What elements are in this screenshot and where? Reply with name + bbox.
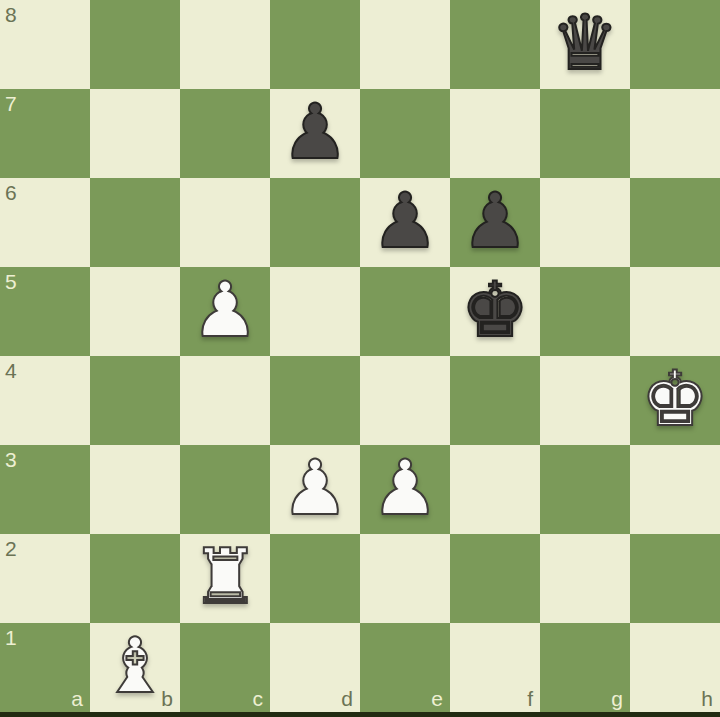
square-h4[interactable]: ♚ (630, 356, 720, 445)
square-h7[interactable] (630, 89, 720, 178)
file-label-g: g (611, 688, 623, 709)
square-g4[interactable] (540, 356, 630, 445)
chess-board: 8♛7♟6♟♟5♟♚4♚3♟♟2♜1ab♝cdefgh (0, 0, 720, 712)
square-c5[interactable]: ♟ (180, 267, 270, 356)
rank-label-5: 5 (5, 271, 17, 292)
square-e3[interactable]: ♟ (360, 445, 450, 534)
square-b6[interactable] (90, 178, 180, 267)
square-a6[interactable]: 6 (0, 178, 90, 267)
square-f5[interactable]: ♚ (450, 267, 540, 356)
square-e1[interactable]: e (360, 623, 450, 712)
square-d7[interactable]: ♟ (270, 89, 360, 178)
square-b2[interactable] (90, 534, 180, 623)
square-b3[interactable] (90, 445, 180, 534)
piece-white-king[interactable]: ♚ (641, 354, 709, 443)
square-a4[interactable]: 4 (0, 356, 90, 445)
square-b7[interactable] (90, 89, 180, 178)
rank-label-3: 3 (5, 449, 17, 470)
square-f2[interactable] (450, 534, 540, 623)
file-label-d: d (341, 688, 353, 709)
square-g3[interactable] (540, 445, 630, 534)
rank-label-4: 4 (5, 360, 17, 381)
piece-black-pawn[interactable]: ♟ (281, 87, 349, 176)
square-e8[interactable] (360, 0, 450, 89)
piece-black-pawn[interactable]: ♟ (461, 176, 529, 265)
board-bottom-edge (0, 712, 720, 717)
piece-white-pawn[interactable]: ♟ (191, 265, 259, 354)
square-f1[interactable]: f (450, 623, 540, 712)
square-h5[interactable] (630, 267, 720, 356)
square-d8[interactable] (270, 0, 360, 89)
square-g5[interactable] (540, 267, 630, 356)
square-a2[interactable]: 2 (0, 534, 90, 623)
rank-label-6: 6 (5, 182, 17, 203)
square-c3[interactable] (180, 445, 270, 534)
square-g7[interactable] (540, 89, 630, 178)
square-d5[interactable] (270, 267, 360, 356)
square-a7[interactable]: 7 (0, 89, 90, 178)
square-e7[interactable] (360, 89, 450, 178)
square-e2[interactable] (360, 534, 450, 623)
square-d6[interactable] (270, 178, 360, 267)
piece-black-queen[interactable]: ♛ (551, 0, 619, 87)
square-d2[interactable] (270, 534, 360, 623)
square-c2[interactable]: ♜ (180, 534, 270, 623)
square-h6[interactable] (630, 178, 720, 267)
square-c1[interactable]: c (180, 623, 270, 712)
square-h3[interactable] (630, 445, 720, 534)
piece-white-bishop[interactable]: ♝ (101, 621, 169, 710)
square-a5[interactable]: 5 (0, 267, 90, 356)
file-label-e: e (431, 688, 443, 709)
square-c4[interactable] (180, 356, 270, 445)
chess-board-container: 8♛7♟6♟♟5♟♚4♚3♟♟2♜1ab♝cdefgh (0, 0, 720, 717)
square-d4[interactable] (270, 356, 360, 445)
square-b4[interactable] (90, 356, 180, 445)
square-f7[interactable] (450, 89, 540, 178)
square-d3[interactable]: ♟ (270, 445, 360, 534)
square-h8[interactable] (630, 0, 720, 89)
square-c7[interactable] (180, 89, 270, 178)
square-a1[interactable]: 1a (0, 623, 90, 712)
square-g8[interactable]: ♛ (540, 0, 630, 89)
piece-white-rook[interactable]: ♜ (191, 532, 259, 621)
square-b1[interactable]: b♝ (90, 623, 180, 712)
square-f6[interactable]: ♟ (450, 178, 540, 267)
square-b5[interactable] (90, 267, 180, 356)
square-g2[interactable] (540, 534, 630, 623)
rank-label-7: 7 (5, 93, 17, 114)
square-f4[interactable] (450, 356, 540, 445)
square-d1[interactable]: d (270, 623, 360, 712)
rank-label-2: 2 (5, 538, 17, 559)
rank-label-1: 1 (5, 627, 17, 648)
square-g1[interactable]: g (540, 623, 630, 712)
square-f8[interactable] (450, 0, 540, 89)
square-e6[interactable]: ♟ (360, 178, 450, 267)
square-b8[interactable] (90, 0, 180, 89)
square-a3[interactable]: 3 (0, 445, 90, 534)
piece-white-pawn[interactable]: ♟ (281, 443, 349, 532)
square-a8[interactable]: 8 (0, 0, 90, 89)
piece-black-king[interactable]: ♚ (461, 265, 529, 354)
square-f3[interactable] (450, 445, 540, 534)
file-label-a: a (71, 688, 83, 709)
file-label-c: c (253, 688, 264, 709)
square-e5[interactable] (360, 267, 450, 356)
square-h2[interactable] (630, 534, 720, 623)
rank-label-8: 8 (5, 4, 17, 25)
square-g6[interactable] (540, 178, 630, 267)
file-label-f: f (527, 688, 533, 709)
square-e4[interactable] (360, 356, 450, 445)
square-c6[interactable] (180, 178, 270, 267)
file-label-h: h (701, 688, 713, 709)
square-c8[interactable] (180, 0, 270, 89)
piece-black-pawn[interactable]: ♟ (371, 176, 439, 265)
square-h1[interactable]: h (630, 623, 720, 712)
piece-white-pawn[interactable]: ♟ (371, 443, 439, 532)
